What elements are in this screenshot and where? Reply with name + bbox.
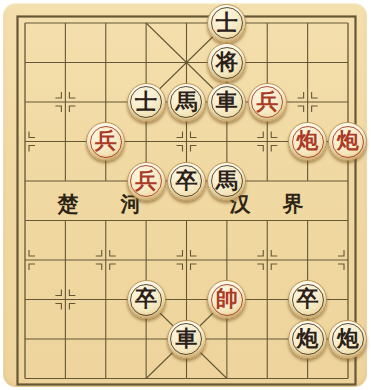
piece-black-soldier[interactable]: 卒 bbox=[127, 280, 166, 319]
piece-glyph: 卒 bbox=[297, 288, 319, 310]
piece-black-general[interactable]: 将 bbox=[207, 43, 246, 82]
piece-black-cannon[interactable]: 炮 bbox=[288, 320, 327, 359]
piece-glyph: 兵 bbox=[95, 130, 117, 152]
piece-glyph: 士 bbox=[216, 12, 238, 34]
piece-black-soldier[interactable]: 卒 bbox=[167, 162, 206, 201]
piece-glyph: 帥 bbox=[216, 288, 238, 310]
pieces-layer: 士将士馬車兵兵炮炮兵卒馬卒帥卒車炮炮 bbox=[5, 3, 368, 390]
piece-red-soldier[interactable]: 兵 bbox=[248, 83, 287, 122]
piece-glyph: 馬 bbox=[216, 170, 238, 192]
piece-glyph: 車 bbox=[175, 328, 197, 350]
piece-black-soldier[interactable]: 卒 bbox=[288, 280, 327, 319]
piece-glyph: 炮 bbox=[297, 328, 319, 350]
piece-black-chariot[interactable]: 車 bbox=[207, 83, 246, 122]
piece-glyph: 車 bbox=[216, 91, 238, 113]
piece-black-advisor[interactable]: 士 bbox=[207, 4, 246, 43]
xiangqi-app: 楚 河 汉 界 士将士馬車兵兵炮炮兵卒馬卒帥卒車炮炮 bbox=[0, 0, 371, 390]
piece-red-cannon[interactable]: 炮 bbox=[288, 122, 327, 161]
board-card: 楚 河 汉 界 士将士馬車兵兵炮炮兵卒馬卒帥卒車炮炮 bbox=[3, 3, 367, 387]
piece-black-horse[interactable]: 馬 bbox=[167, 83, 206, 122]
piece-glyph: 炮 bbox=[337, 328, 359, 350]
piece-glyph: 兵 bbox=[256, 91, 278, 113]
piece-red-soldier[interactable]: 兵 bbox=[127, 162, 166, 201]
piece-red-soldier[interactable]: 兵 bbox=[86, 122, 125, 161]
piece-glyph: 将 bbox=[216, 51, 238, 73]
piece-glyph: 馬 bbox=[175, 91, 197, 113]
piece-black-advisor[interactable]: 士 bbox=[127, 83, 166, 122]
piece-red-cannon[interactable]: 炮 bbox=[328, 122, 367, 161]
piece-glyph: 卒 bbox=[175, 170, 197, 192]
piece-black-horse[interactable]: 馬 bbox=[207, 162, 246, 201]
piece-black-chariot[interactable]: 車 bbox=[167, 320, 206, 359]
piece-glyph: 炮 bbox=[337, 130, 359, 152]
piece-glyph: 士 bbox=[135, 91, 157, 113]
piece-glyph: 炮 bbox=[297, 130, 319, 152]
piece-black-cannon[interactable]: 炮 bbox=[328, 320, 367, 359]
piece-red-general[interactable]: 帥 bbox=[207, 280, 246, 319]
piece-glyph: 兵 bbox=[135, 170, 157, 192]
piece-glyph: 卒 bbox=[135, 288, 157, 310]
